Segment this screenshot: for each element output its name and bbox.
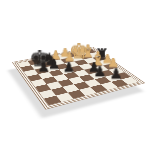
square-a1 [44, 96, 61, 106]
square-d1 [79, 87, 96, 96]
product-photo: ♟♟♚♞♟♚♝♟♟♜♟♝♟♟♟♟♟ [0, 0, 150, 150]
